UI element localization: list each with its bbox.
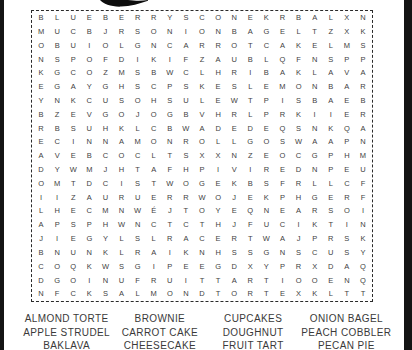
grid-cell: S xyxy=(135,235,140,243)
grid-cell: C xyxy=(71,28,76,36)
grid-cell: N xyxy=(312,166,317,174)
grid-cell: W xyxy=(263,235,270,243)
grid-cell: U xyxy=(54,28,59,36)
grid-cell: A xyxy=(280,69,285,77)
grid-cell: H xyxy=(151,97,156,105)
grid-cell: T xyxy=(345,290,350,298)
grid-cell: M xyxy=(54,180,60,188)
grid-cell: B xyxy=(39,111,44,119)
grid-cell: K xyxy=(296,111,301,119)
grid-cell: E xyxy=(39,138,44,146)
grid-cell: U xyxy=(231,56,236,64)
grid-cell: A xyxy=(312,138,317,146)
grid-cell: W xyxy=(102,263,109,271)
grid-cell: D xyxy=(328,263,333,271)
grid-cell: A xyxy=(280,235,285,243)
grid-cell: S xyxy=(167,97,172,105)
grid-cell: U xyxy=(71,14,76,22)
grid-cell: O xyxy=(344,207,350,215)
grid-cell: P xyxy=(280,194,285,202)
grid-cell: A xyxy=(360,125,365,133)
grid-cell: N xyxy=(151,42,156,50)
grid-cell: S xyxy=(296,97,301,105)
grid-cell: L xyxy=(119,42,123,50)
grid-cell: G xyxy=(54,277,60,285)
grid-cell: S xyxy=(71,125,76,133)
grid-cell: M xyxy=(344,42,350,50)
grid-cell: P xyxy=(280,263,285,271)
grid-cell: B xyxy=(167,125,172,133)
grid-cell: Y xyxy=(39,97,44,105)
grid-cell: E xyxy=(183,263,188,271)
grid-cell: H xyxy=(183,166,188,174)
grid-cell: H xyxy=(54,207,59,215)
grid-cell: E xyxy=(312,42,317,50)
grid-cell: I xyxy=(346,221,348,229)
grid-cell: S xyxy=(71,221,76,229)
grid-cell: V xyxy=(55,152,60,160)
grid-cell: L xyxy=(313,69,317,77)
grid-cell: P xyxy=(328,152,333,160)
grid-cell: U xyxy=(103,194,108,202)
grid-cell: E xyxy=(344,97,349,105)
grid-cell: P xyxy=(360,56,365,64)
grid-cell: S xyxy=(183,152,188,160)
grid-cell: W xyxy=(198,194,205,202)
grid-cell: C xyxy=(54,138,59,146)
grid-cell: L xyxy=(119,235,123,243)
grid-cell: G xyxy=(54,83,60,91)
grid-cell: O xyxy=(70,277,76,285)
grid-cell: E xyxy=(87,14,92,22)
grid-cell: H xyxy=(215,221,220,229)
grid-cell: I xyxy=(185,277,187,285)
grid-cell: V xyxy=(87,111,92,119)
grid-cell: P xyxy=(71,56,76,64)
grid-cell: S xyxy=(328,207,333,215)
grid-cell: B xyxy=(87,28,92,36)
grid-cell: A xyxy=(87,194,92,202)
grid-cell: N xyxy=(312,83,317,91)
grid-cell: A xyxy=(280,42,285,50)
grid-cell: T xyxy=(184,207,189,215)
grid-cell: P xyxy=(312,235,317,243)
grid-cell: H xyxy=(119,166,124,174)
grid-cell: N xyxy=(280,249,285,257)
grid-cell: B xyxy=(151,69,156,77)
grid-cell: R xyxy=(296,263,301,271)
grid-cell: D xyxy=(248,125,253,133)
grid-cell: K xyxy=(39,69,44,77)
grid-cell: S xyxy=(232,249,237,257)
grid-cell: X xyxy=(216,152,221,160)
grid-cell: T xyxy=(216,290,221,298)
grid-cell: R xyxy=(151,277,156,285)
grid-cell: D xyxy=(38,277,43,285)
grid-cell: K xyxy=(328,125,333,133)
grid-cell: N xyxy=(54,249,59,257)
grid-cell: S xyxy=(183,83,188,91)
grid-cell: C xyxy=(71,69,76,77)
grid-cell: K xyxy=(103,249,108,257)
grid-cell: I xyxy=(298,221,300,229)
grid-cell: C xyxy=(296,152,301,160)
grid-cell: R xyxy=(344,194,349,202)
grid-cell: N xyxy=(199,249,204,257)
grid-cell: G xyxy=(135,42,141,50)
grid-cell: M xyxy=(86,166,92,174)
grid-cell: P xyxy=(55,221,60,229)
grid-cell: P xyxy=(328,166,333,174)
grid-cell: L xyxy=(313,180,317,188)
grid-cell: C xyxy=(71,290,76,298)
grid-cell: N xyxy=(360,138,365,146)
grid-cell: U xyxy=(87,125,92,133)
grid-cell: N xyxy=(103,277,108,285)
grid-cell: I xyxy=(88,42,90,50)
grid-cell: D xyxy=(215,125,220,133)
grid-cell: L xyxy=(200,69,204,77)
grid-cell: O xyxy=(151,111,157,119)
grid-cell: S xyxy=(119,263,124,271)
grid-cell: B xyxy=(248,56,253,64)
grid-cell: E xyxy=(216,180,221,188)
grid-cell: L xyxy=(264,56,268,64)
grid-cell: O xyxy=(183,180,189,188)
grid-cell: B xyxy=(103,14,108,22)
grid-cell: C xyxy=(167,42,172,50)
grid-cell: R xyxy=(215,42,220,50)
grid-cell: C xyxy=(151,83,156,91)
grid-cell: N xyxy=(119,207,124,215)
grid-cell: K xyxy=(199,83,204,91)
grid-cell: O xyxy=(280,152,286,160)
grid-cell: U xyxy=(328,249,333,257)
grid-cell: Q xyxy=(360,263,366,271)
grid-cell: E xyxy=(248,14,253,22)
grid-cell: I xyxy=(217,166,219,174)
grid-cell: S xyxy=(344,249,349,257)
grid-cell: K xyxy=(87,263,92,271)
grid-cell: K xyxy=(264,194,269,202)
grid-cell: C xyxy=(87,97,92,105)
grid-cell: C xyxy=(151,125,156,133)
grid-cell: J xyxy=(232,194,236,202)
grid-cell: A xyxy=(39,152,44,160)
grid-cell: K xyxy=(360,28,365,36)
grid-cell: R xyxy=(360,83,365,91)
grid-cell: G xyxy=(167,111,173,119)
grid-cell: O xyxy=(38,180,44,188)
grid-cell: L xyxy=(119,249,123,257)
grid-cell: L xyxy=(329,290,333,298)
grid-cell: B xyxy=(248,180,253,188)
grid-cell: F xyxy=(184,56,189,64)
grid-cell: S xyxy=(360,42,365,50)
grid-cell: O xyxy=(86,56,92,64)
grid-cell: R xyxy=(280,111,285,119)
grid-cell: Y xyxy=(264,263,269,271)
grid-cell: E xyxy=(328,277,333,285)
grid-cell: B xyxy=(232,28,237,36)
grid-cell: L xyxy=(152,152,156,160)
grid-cell: C xyxy=(38,263,43,271)
grid-cell: H xyxy=(103,125,108,133)
grid-cell: R xyxy=(231,235,236,243)
grid-cell: E xyxy=(216,235,221,243)
grid-cell: A xyxy=(328,69,333,77)
grid-cell: N xyxy=(183,290,188,298)
grid-cell: R xyxy=(167,235,172,243)
grid-cell: T xyxy=(264,290,269,298)
grid-cell: O xyxy=(215,14,221,22)
grid-cell: W xyxy=(231,97,238,105)
grid-cell: O xyxy=(231,290,237,298)
grid-cell: O xyxy=(312,277,318,285)
grid-cell: O xyxy=(135,97,141,105)
grid-cell: C xyxy=(103,180,108,188)
grid-cell: F xyxy=(280,180,285,188)
grid-cell: L xyxy=(329,42,333,50)
grid-cell: I xyxy=(137,56,139,64)
grid-cell: O xyxy=(263,138,269,146)
grid-cell: B xyxy=(296,14,301,22)
grid-cell: I xyxy=(249,69,251,77)
grid-cell: T xyxy=(248,97,253,105)
grid-cell: O xyxy=(151,138,157,146)
grid-cell: R xyxy=(199,42,204,50)
grid-cell: O xyxy=(103,42,109,50)
grid-cell: Z xyxy=(248,152,253,160)
grid-cell: F xyxy=(296,56,301,64)
grid-cell: F xyxy=(168,166,173,174)
grid-cell: C xyxy=(280,221,285,229)
grid-cell: K xyxy=(264,14,269,22)
grid-cell: L xyxy=(152,235,156,243)
grid-cell: G xyxy=(312,152,318,160)
grid-cell: E xyxy=(216,83,221,91)
grid-cell: R xyxy=(328,235,333,243)
word-item: ONION BAGEL xyxy=(300,312,393,326)
grid-cell: N xyxy=(231,152,236,160)
grid-cell: T xyxy=(328,221,333,229)
word-item: FRUIT TART xyxy=(207,339,300,350)
grid-cell: A xyxy=(151,166,156,174)
grid-cell: Q xyxy=(280,56,286,64)
grid-cell: E xyxy=(280,28,285,36)
grid-cell: A xyxy=(119,138,124,146)
grid-cell: S xyxy=(135,28,140,36)
grid-cell: O xyxy=(296,277,302,285)
grid-cell: N xyxy=(167,138,172,146)
grid-cell: E xyxy=(71,152,76,160)
grid-cell: P xyxy=(167,83,172,91)
grid-cell: F xyxy=(361,180,366,188)
grid-cell: Z xyxy=(55,111,60,119)
grid-cell: K xyxy=(87,290,92,298)
grid-cell: A xyxy=(199,125,204,133)
grid-cell: O xyxy=(296,83,302,91)
grid-cell: I xyxy=(169,249,171,257)
grid-cell: W xyxy=(134,207,141,215)
grid-cell: D xyxy=(199,290,204,298)
grid-cell: R xyxy=(167,194,172,202)
grid-cell: G xyxy=(54,69,60,77)
grid-cell: T xyxy=(248,42,253,50)
grid-cell: A xyxy=(248,28,253,36)
grid-cell: S xyxy=(103,290,108,298)
grid-cell: Z xyxy=(328,28,333,36)
grid-cell: Q xyxy=(70,263,76,271)
grid-cell: P xyxy=(264,97,269,105)
grid-cell: T xyxy=(216,277,221,285)
grid-cell: N xyxy=(87,249,92,257)
grid-cell: D xyxy=(119,56,124,64)
grid-cell: S xyxy=(296,249,301,257)
grid-cell: L xyxy=(55,14,59,22)
grid-cell: I xyxy=(88,277,90,285)
grid-cell: J xyxy=(136,111,140,119)
grid-cell: H xyxy=(344,152,349,160)
grid-cell: A xyxy=(39,221,44,229)
grid-cell: B xyxy=(312,97,317,105)
page-left-edge xyxy=(0,0,4,350)
grid-cell: N xyxy=(215,28,220,36)
grid-cell: J xyxy=(232,221,236,229)
grid-cell: W xyxy=(166,69,173,77)
grid-cell: J xyxy=(39,235,43,243)
grid-cell: E xyxy=(344,111,349,119)
grid-cell: G xyxy=(135,263,141,271)
grid-cell: E xyxy=(264,83,269,91)
grid-cell: F xyxy=(55,290,60,298)
grid-cell: K xyxy=(232,180,237,188)
grid-cell: N xyxy=(135,221,140,229)
grid-cell: A xyxy=(344,83,349,91)
grid-cell: A xyxy=(328,138,333,146)
grid-cell: E xyxy=(232,207,237,215)
grid-cell: K xyxy=(312,290,317,298)
grid-cell: R xyxy=(183,194,188,202)
grid-cell: D xyxy=(87,180,92,188)
grid-cell: I xyxy=(281,97,283,105)
grid-cell: C xyxy=(199,235,204,243)
grid-cell: H xyxy=(215,69,220,77)
grid-cell: L xyxy=(329,14,333,22)
word-item: DOUGHNUT xyxy=(207,326,300,340)
grid-cell: I xyxy=(56,194,58,202)
grid-cell: I xyxy=(120,180,122,188)
grid-cell: E xyxy=(151,194,156,202)
grid-cell: J xyxy=(104,166,108,174)
grid-cell: P xyxy=(264,111,269,119)
grid-cell: X xyxy=(296,290,301,298)
grid-cell: G xyxy=(215,263,221,271)
grid-cell: Q xyxy=(360,277,366,285)
grid-cell: F xyxy=(248,221,253,229)
grid-cell: P xyxy=(87,221,92,229)
grid-cell: B xyxy=(360,97,365,105)
grid-cell: G xyxy=(86,235,92,243)
grid-cell: V xyxy=(199,111,204,119)
grid-cell: N xyxy=(360,14,365,22)
grid-cell: U xyxy=(103,97,108,105)
title-swoosh-icon xyxy=(100,0,148,7)
grid-cell: S xyxy=(328,56,333,64)
grid-cell: B xyxy=(183,111,188,119)
grid-cell: U xyxy=(360,166,365,174)
grid-cell: R xyxy=(280,14,285,22)
grid-cell: H xyxy=(296,194,301,202)
grid-cell: L xyxy=(39,207,43,215)
grid-cell: A xyxy=(183,42,188,50)
grid-cell: E xyxy=(71,235,76,243)
grid-cell: Y xyxy=(55,166,60,174)
grid-cell: I xyxy=(56,235,58,243)
grid-cell: B xyxy=(39,249,44,257)
grid-cell: O xyxy=(38,42,44,50)
grid-cell: E xyxy=(264,152,269,160)
grid-cell: E xyxy=(216,97,221,105)
grid-cell: L xyxy=(136,125,140,133)
grid-cell: X xyxy=(199,152,204,160)
grid-cell: Z xyxy=(71,194,76,202)
grid-cell: A xyxy=(360,69,365,77)
grid-cell: Q xyxy=(280,125,286,133)
grid-cell: W xyxy=(166,180,173,188)
grid-cell: U xyxy=(183,97,188,105)
grid-cell: A xyxy=(312,14,317,22)
grid-cell: W xyxy=(70,166,77,174)
grid-cell: D xyxy=(231,263,236,271)
word-item: CHEESECAKE xyxy=(113,339,206,350)
grid-cell: P xyxy=(199,166,204,174)
grid-cell: I xyxy=(153,263,155,271)
grid-cell: S xyxy=(183,14,188,22)
grid-cell: O xyxy=(119,152,125,160)
grid-cell: U xyxy=(71,249,76,257)
grid-cell: G xyxy=(103,83,109,91)
grid-cell: O xyxy=(151,28,157,36)
grid-cell: M xyxy=(151,290,157,298)
grid-cell: A xyxy=(183,235,188,243)
grid-cell: L xyxy=(200,97,204,105)
grid-cell: C xyxy=(312,249,317,257)
grid-cell: R xyxy=(312,207,317,215)
grid-cell: T xyxy=(200,221,205,229)
grid-cell: E xyxy=(119,14,124,22)
grid-cell: O xyxy=(119,111,125,119)
grid-cell: O xyxy=(215,194,221,202)
grid-cell: R xyxy=(296,180,301,188)
grid-cell: G xyxy=(263,249,269,257)
word-item: BAKLAVA xyxy=(20,339,113,350)
grid-cell: I xyxy=(72,138,74,146)
grid-cell: S xyxy=(135,69,140,77)
grid-cell: G xyxy=(312,194,318,202)
grid-cell: T xyxy=(71,180,76,188)
grid-cell: B xyxy=(55,42,60,50)
grid-cell: W xyxy=(118,221,125,229)
grid-cell: A xyxy=(296,207,301,215)
grid-cell: C xyxy=(87,207,92,215)
grid-cell: Y xyxy=(87,83,92,91)
grid-cell: H xyxy=(215,111,220,119)
grid-cell: F xyxy=(103,56,108,64)
grid-cell: K xyxy=(151,56,156,64)
page-right-edge xyxy=(404,0,412,350)
grid-cell: E xyxy=(344,166,349,174)
